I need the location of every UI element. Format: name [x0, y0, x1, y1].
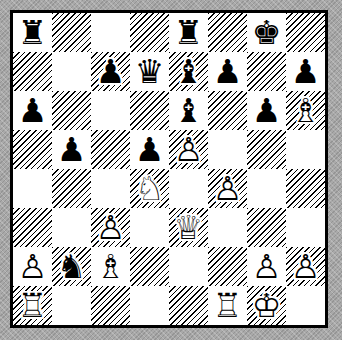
piece-white-rook[interactable]: ♜♖ — [208, 286, 247, 325]
square-f7[interactable]: ♟♟ — [208, 52, 247, 91]
piece-black-knight[interactable]: ♞♞ — [52, 247, 91, 286]
piece-white-rook[interactable]: ♜♖ — [13, 286, 52, 325]
piece-black-pawn[interactable]: ♟♟ — [286, 52, 325, 91]
square-h5[interactable] — [286, 130, 325, 169]
piece-glyph: ♙ — [247, 247, 286, 286]
square-d1[interactable] — [130, 286, 169, 325]
piece-glyph: ♟ — [208, 52, 247, 91]
piece-white-pawn[interactable]: ♟♙ — [247, 247, 286, 286]
piece-glyph: ♙ — [286, 247, 325, 286]
square-g3[interactable] — [247, 208, 286, 247]
square-d3[interactable] — [130, 208, 169, 247]
piece-black-pawn[interactable]: ♟♟ — [13, 91, 52, 130]
square-g4[interactable] — [247, 169, 286, 208]
piece-black-queen[interactable]: ♛♛ — [130, 52, 169, 91]
square-f8[interactable] — [208, 13, 247, 52]
square-c4[interactable] — [91, 169, 130, 208]
square-f6[interactable] — [208, 91, 247, 130]
square-f5[interactable] — [208, 130, 247, 169]
square-e3[interactable]: ♛♕ — [169, 208, 208, 247]
piece-black-pawn[interactable]: ♟♟ — [247, 91, 286, 130]
square-c7[interactable]: ♟♟ — [91, 52, 130, 91]
piece-glyph: ♕ — [169, 208, 208, 247]
piece-black-pawn[interactable]: ♟♟ — [52, 130, 91, 169]
square-h6[interactable]: ♝♗ — [286, 91, 325, 130]
piece-glyph: ♙ — [91, 208, 130, 247]
square-b3[interactable] — [52, 208, 91, 247]
piece-glyph: ♘ — [130, 169, 169, 208]
square-e4[interactable] — [169, 169, 208, 208]
square-b2[interactable]: ♞♞ — [52, 247, 91, 286]
piece-white-pawn[interactable]: ♟♙ — [169, 130, 208, 169]
square-f2[interactable] — [208, 247, 247, 286]
square-h8[interactable] — [286, 13, 325, 52]
board-border: ♜♜♜♜♚♚♟♟♛♛♝♝♟♟♟♟♟♟♝♝♟♟♝♗♟♟♟♟♟♙♞♘♟♙♟♙♛♕♟♙… — [10, 10, 328, 328]
piece-glyph: ♚ — [247, 13, 286, 52]
piece-white-pawn[interactable]: ♟♙ — [91, 208, 130, 247]
piece-glyph: ♝ — [169, 91, 208, 130]
piece-glyph: ♟ — [247, 91, 286, 130]
piece-glyph: ♟ — [130, 130, 169, 169]
square-g8[interactable]: ♚♚ — [247, 13, 286, 52]
square-a2[interactable]: ♟♙ — [13, 247, 52, 286]
piece-glyph: ♜ — [169, 13, 208, 52]
piece-glyph: ♙ — [169, 130, 208, 169]
square-c6[interactable] — [91, 91, 130, 130]
piece-black-rook[interactable]: ♜♜ — [13, 13, 52, 52]
square-d4[interactable]: ♞♘ — [130, 169, 169, 208]
square-a4[interactable] — [13, 169, 52, 208]
piece-glyph: ♟ — [286, 52, 325, 91]
square-e8[interactable]: ♜♜ — [169, 13, 208, 52]
square-a1[interactable]: ♜♖ — [13, 286, 52, 325]
piece-glyph: ♛ — [130, 52, 169, 91]
square-d2[interactable] — [130, 247, 169, 286]
piece-black-pawn[interactable]: ♟♟ — [91, 52, 130, 91]
square-f1[interactable]: ♜♖ — [208, 286, 247, 325]
square-b4[interactable] — [52, 169, 91, 208]
square-c5[interactable] — [91, 130, 130, 169]
square-c2[interactable]: ♝♗ — [91, 247, 130, 286]
square-b7[interactable] — [52, 52, 91, 91]
piece-white-queen[interactable]: ♛♕ — [169, 208, 208, 247]
square-f4[interactable]: ♟♙ — [208, 169, 247, 208]
piece-black-king[interactable]: ♚♚ — [247, 13, 286, 52]
piece-white-pawn[interactable]: ♟♙ — [13, 247, 52, 286]
piece-glyph: ♙ — [13, 247, 52, 286]
square-e5[interactable]: ♟♙ — [169, 130, 208, 169]
piece-glyph: ♟ — [52, 130, 91, 169]
square-h2[interactable]: ♟♙ — [286, 247, 325, 286]
square-g2[interactable]: ♟♙ — [247, 247, 286, 286]
piece-white-bishop[interactable]: ♝♗ — [286, 91, 325, 130]
square-b1[interactable] — [52, 286, 91, 325]
piece-glyph: ♟ — [91, 52, 130, 91]
square-g6[interactable]: ♟♟ — [247, 91, 286, 130]
square-c3[interactable]: ♟♙ — [91, 208, 130, 247]
square-a5[interactable] — [13, 130, 52, 169]
square-d5[interactable]: ♟♟ — [130, 130, 169, 169]
square-c1[interactable] — [91, 286, 130, 325]
square-d7[interactable]: ♛♛ — [130, 52, 169, 91]
piece-black-bishop[interactable]: ♝♝ — [169, 91, 208, 130]
piece-black-rook[interactable]: ♜♜ — [169, 13, 208, 52]
square-f3[interactable] — [208, 208, 247, 247]
piece-glyph: ♜ — [13, 13, 52, 52]
square-e7[interactable]: ♝♝ — [169, 52, 208, 91]
piece-white-king[interactable]: ♚♔ — [247, 286, 286, 325]
piece-glyph: ♔ — [247, 286, 286, 325]
square-e6[interactable]: ♝♝ — [169, 91, 208, 130]
square-h1[interactable] — [286, 286, 325, 325]
square-b5[interactable]: ♟♟ — [52, 130, 91, 169]
square-a3[interactable] — [13, 208, 52, 247]
square-g7[interactable] — [247, 52, 286, 91]
piece-glyph: ♖ — [208, 286, 247, 325]
square-a7[interactable] — [13, 52, 52, 91]
piece-glyph: ♞ — [52, 247, 91, 286]
piece-glyph: ♖ — [13, 286, 52, 325]
piece-white-knight[interactable]: ♞♘ — [130, 169, 169, 208]
square-g1[interactable]: ♚♔ — [247, 286, 286, 325]
piece-black-pawn[interactable]: ♟♟ — [208, 52, 247, 91]
piece-white-pawn[interactable]: ♟♙ — [208, 169, 247, 208]
square-h4[interactable] — [286, 169, 325, 208]
piece-glyph: ♗ — [91, 247, 130, 286]
square-h3[interactable] — [286, 208, 325, 247]
square-b6[interactable] — [52, 91, 91, 130]
square-d6[interactable] — [130, 91, 169, 130]
square-c8[interactable] — [91, 13, 130, 52]
piece-glyph: ♙ — [208, 169, 247, 208]
square-e2[interactable] — [169, 247, 208, 286]
square-a6[interactable]: ♟♟ — [13, 91, 52, 130]
diagram-frame: ♜♜♜♜♚♚♟♟♛♛♝♝♟♟♟♟♟♟♝♝♟♟♝♗♟♟♟♟♟♙♞♘♟♙♟♙♛♕♟♙… — [0, 0, 342, 340]
piece-black-bishop[interactable]: ♝♝ — [169, 52, 208, 91]
square-e1[interactable] — [169, 286, 208, 325]
square-g5[interactable] — [247, 130, 286, 169]
square-h7[interactable]: ♟♟ — [286, 52, 325, 91]
piece-glyph: ♟ — [13, 91, 52, 130]
chess-board: ♜♜♜♜♚♚♟♟♛♛♝♝♟♟♟♟♟♟♝♝♟♟♝♗♟♟♟♟♟♙♞♘♟♙♟♙♛♕♟♙… — [13, 13, 325, 325]
piece-white-bishop[interactable]: ♝♗ — [91, 247, 130, 286]
piece-black-pawn[interactable]: ♟♟ — [130, 130, 169, 169]
square-d8[interactable] — [130, 13, 169, 52]
piece-glyph: ♝ — [169, 52, 208, 91]
square-b8[interactable] — [52, 13, 91, 52]
square-a8[interactable]: ♜♜ — [13, 13, 52, 52]
piece-white-pawn[interactable]: ♟♙ — [286, 247, 325, 286]
piece-glyph: ♗ — [286, 91, 325, 130]
